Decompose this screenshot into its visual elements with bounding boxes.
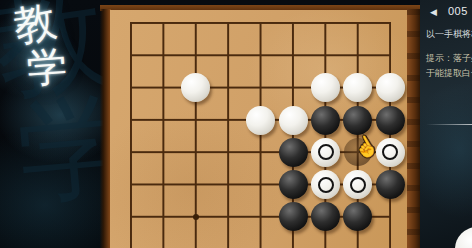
point-E4[interactable]: [245, 168, 277, 200]
decorative-white-stone: [455, 227, 472, 248]
point-B4[interactable]: [147, 168, 179, 200]
point-H9[interactable]: [342, 7, 374, 39]
marked-white-stone: [311, 170, 340, 199]
point-A3[interactable]: [115, 201, 147, 233]
point-G8[interactable]: [309, 39, 341, 71]
panel-divider: [426, 124, 472, 125]
white-stone: [343, 73, 372, 102]
point-J7[interactable]: [374, 72, 406, 104]
black-stone: [311, 106, 340, 135]
point-G2[interactable]: [309, 233, 341, 248]
point-G3[interactable]: [309, 201, 341, 233]
point-A9[interactable]: [115, 7, 147, 39]
marked-white-stone: [376, 138, 405, 167]
point-B8[interactable]: [147, 39, 179, 71]
point-B2[interactable]: [147, 233, 179, 248]
hint-line-1: 提示：落子处: [426, 51, 472, 66]
point-C4[interactable]: [180, 168, 212, 200]
point-E7[interactable]: [245, 72, 277, 104]
white-stone: [376, 73, 405, 102]
tutorial-panel: ◀ 005 以一手棋将标 提示：落子处 于能提取白子: [420, 0, 472, 248]
point-A7[interactable]: [115, 72, 147, 104]
point-B5[interactable]: [147, 136, 179, 168]
marked-white-stone: [311, 138, 340, 167]
point-A6[interactable]: [115, 104, 147, 136]
point-D8[interactable]: [212, 39, 244, 71]
point-B7[interactable]: [147, 72, 179, 104]
point-J4[interactable]: [374, 168, 406, 200]
lesson-instruction: 以一手棋将标: [426, 28, 472, 41]
point-G4[interactable]: [309, 168, 341, 200]
point-A2[interactable]: [115, 233, 147, 248]
point-C8[interactable]: [180, 39, 212, 71]
banner-char-jiao: 教: [11, 0, 60, 48]
banner-char-xue: 学: [26, 46, 69, 89]
point-F6[interactable]: [277, 104, 309, 136]
point-J5[interactable]: [374, 136, 406, 168]
black-stone: [279, 202, 308, 231]
point-D7[interactable]: [212, 72, 244, 104]
go-board: ☝: [100, 5, 420, 248]
white-stone: [279, 106, 308, 135]
point-D9[interactable]: [212, 7, 244, 39]
point-F4[interactable]: [277, 168, 309, 200]
lesson-hint: 提示：落子处 于能提取白子: [426, 51, 472, 81]
white-stone: [246, 106, 275, 135]
point-H2[interactable]: [342, 233, 374, 248]
point-D2[interactable]: [212, 233, 244, 248]
point-E6[interactable]: [245, 104, 277, 136]
point-C9[interactable]: [180, 7, 212, 39]
point-J9[interactable]: [374, 7, 406, 39]
point-F2[interactable]: [277, 233, 309, 248]
black-stone: [376, 170, 405, 199]
point-B9[interactable]: [147, 7, 179, 39]
point-D4[interactable]: [212, 168, 244, 200]
black-stone: [343, 202, 372, 231]
point-E3[interactable]: [245, 201, 277, 233]
point-F9[interactable]: [277, 7, 309, 39]
point-F5[interactable]: [277, 136, 309, 168]
back-arrow-icon[interactable]: ◀: [430, 7, 437, 17]
hint-line-2: 于能提取白子: [426, 66, 472, 81]
point-E8[interactable]: [245, 39, 277, 71]
board-right-edge: [407, 9, 420, 248]
point-J2[interactable]: [374, 233, 406, 248]
point-B6[interactable]: [147, 104, 179, 136]
point-D6[interactable]: [212, 104, 244, 136]
point-G6[interactable]: [309, 104, 341, 136]
point-F3[interactable]: [277, 201, 309, 233]
black-stone: [279, 138, 308, 167]
white-stone: [181, 73, 210, 102]
lesson-counter: 005: [448, 5, 468, 17]
point-B3[interactable]: [147, 201, 179, 233]
point-J8[interactable]: [374, 39, 406, 71]
point-J6[interactable]: [374, 104, 406, 136]
point-H5[interactable]: ☝: [342, 136, 374, 168]
point-F7[interactable]: [277, 72, 309, 104]
black-stone: [376, 106, 405, 135]
point-D3[interactable]: [212, 201, 244, 233]
point-C5[interactable]: [180, 136, 212, 168]
point-E2[interactable]: [245, 233, 277, 248]
point-H8[interactable]: [342, 39, 374, 71]
star-point: [193, 214, 199, 220]
point-A8[interactable]: [115, 39, 147, 71]
point-G5[interactable]: [309, 136, 341, 168]
black-stone: [279, 170, 308, 199]
point-F8[interactable]: [277, 39, 309, 71]
point-H7[interactable]: [342, 72, 374, 104]
point-A4[interactable]: [115, 168, 147, 200]
point-G9[interactable]: [309, 7, 341, 39]
point-G7[interactable]: [309, 72, 341, 104]
point-D5[interactable]: [212, 136, 244, 168]
point-C6[interactable]: [180, 104, 212, 136]
go-board-grid: ☝: [115, 7, 407, 248]
point-H3[interactable]: [342, 201, 374, 233]
app-screen: 教 学 教 学 ☝ ◀ 005 以一手棋将标 提示：落子处 于能提取白子: [0, 0, 472, 248]
black-stone: [343, 106, 372, 135]
black-stone: [311, 202, 340, 231]
point-H4[interactable]: [342, 168, 374, 200]
point-C2[interactable]: [180, 233, 212, 248]
point-E9[interactable]: [245, 7, 277, 39]
white-stone: [311, 73, 340, 102]
point-J3[interactable]: [374, 201, 406, 233]
point-A5[interactable]: [115, 136, 147, 168]
point-E5[interactable]: [245, 136, 277, 168]
marked-white-stone: [343, 170, 372, 199]
point-C7[interactable]: [180, 72, 212, 104]
